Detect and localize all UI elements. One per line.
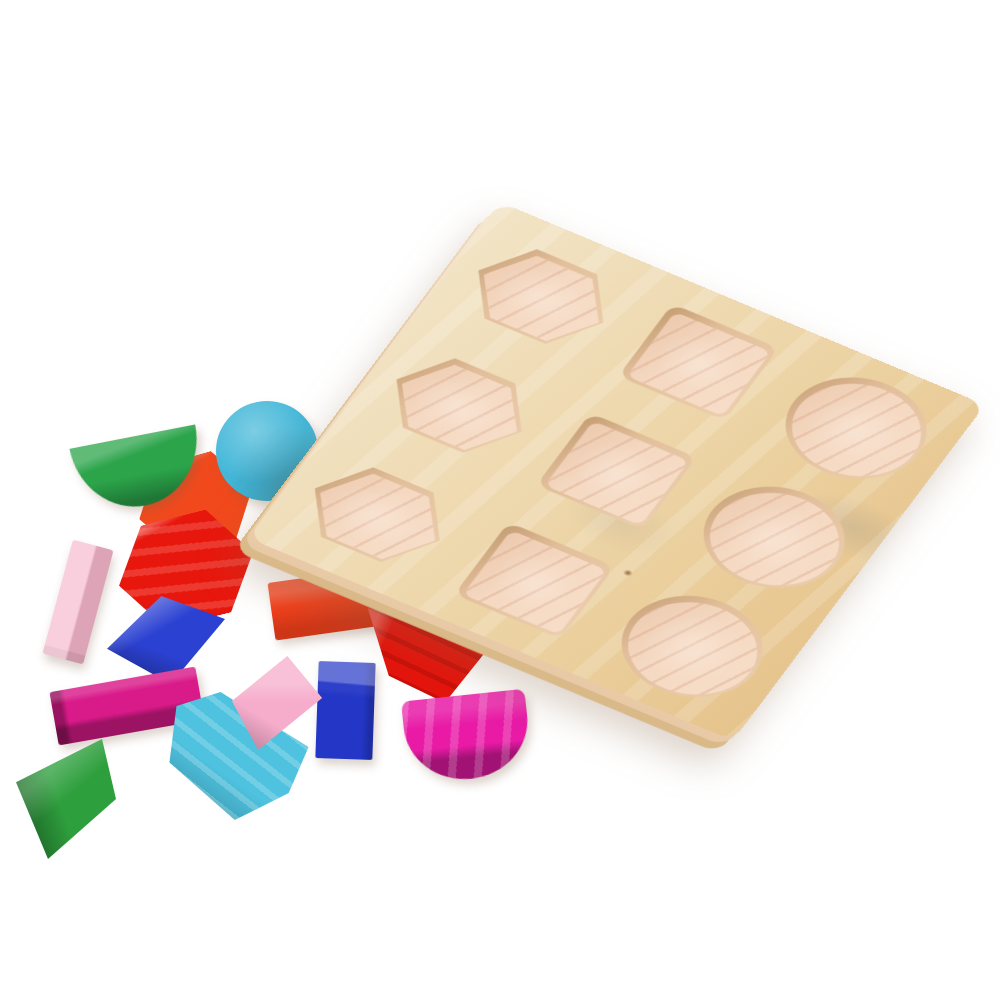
board-top-layer bbox=[248, 202, 985, 741]
slot-circle-r2c3[interactable] bbox=[679, 468, 869, 607]
board-cell-r2c3 bbox=[673, 463, 875, 611]
board-cell-r2c1 bbox=[358, 332, 560, 480]
piece-pink-bar[interactable] bbox=[42, 540, 113, 665]
slot-circle-r3c3[interactable] bbox=[597, 577, 787, 716]
slot-square-r1c2[interactable] bbox=[618, 304, 779, 421]
slot-circle-recess bbox=[687, 476, 861, 603]
board-cell-r1c2 bbox=[597, 288, 799, 436]
board-cell-r1c3 bbox=[754, 354, 956, 502]
slot-hexagon-recess bbox=[461, 243, 622, 353]
slot-hexagon-recess bbox=[379, 352, 540, 462]
cutout-grid bbox=[248, 202, 985, 741]
board-transform-wrapper bbox=[248, 202, 985, 741]
puzzle-board bbox=[0, 0, 1, 1]
slot-hexagon-r3c1[interactable] bbox=[289, 454, 466, 576]
slot-square-recess bbox=[463, 530, 608, 635]
slot-circle-r1c3[interactable] bbox=[761, 359, 951, 498]
slot-square-r3c2[interactable] bbox=[454, 522, 615, 639]
slot-hexagon-recess bbox=[297, 461, 458, 571]
slot-square-r2c2[interactable] bbox=[536, 413, 697, 530]
slot-hexagon-r2c1[interactable] bbox=[370, 345, 547, 467]
slot-circle-recess bbox=[606, 585, 780, 712]
slot-square-recess bbox=[545, 421, 690, 526]
board-cell-r2c2 bbox=[515, 397, 717, 545]
piece-blue-block[interactable] bbox=[315, 661, 375, 760]
product-photo-stage bbox=[0, 0, 1001, 1001]
slot-hexagon-r1c1[interactable] bbox=[452, 236, 629, 358]
piece-magenta-fan[interactable] bbox=[401, 689, 533, 786]
slot-square-recess bbox=[626, 312, 771, 417]
slot-circle-recess bbox=[769, 367, 943, 494]
piece-green-rhombus[interactable] bbox=[16, 739, 116, 859]
board-cell-r1c1 bbox=[440, 223, 642, 371]
